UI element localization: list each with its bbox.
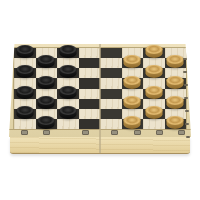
hinge-mark [111, 130, 118, 135]
black-checker-r7c1[interactable] [16, 106, 33, 119]
piece-cell-r1c7 [143, 48, 165, 58]
wood-checker-r7c7[interactable] [145, 106, 162, 119]
piece-cell-r5c4 [79, 89, 101, 99]
piece-cell-r5c7 [143, 89, 165, 99]
wood-checker-r4c8[interactable] [167, 76, 184, 89]
product-photo-scene [0, 0, 200, 200]
piece-cell-r1c3 [57, 48, 79, 58]
piece-cell-r7c1 [14, 109, 36, 119]
hinge-mark [43, 130, 50, 135]
piece-cell-r8c6 [122, 119, 144, 129]
wood-checker-r2c8[interactable] [167, 55, 184, 68]
wood-checker-r8c6[interactable] [124, 116, 141, 129]
piece-cell-r5c3 [57, 89, 79, 99]
piece-cell-r6c5 [100, 99, 122, 109]
piece-cell-r2c4 [79, 58, 101, 68]
piece-cell-r7c4 [79, 109, 101, 119]
piece-cell-r3c1 [14, 68, 36, 78]
piece-cell-r4c5 [100, 78, 122, 88]
piece-cell-r8c5 [100, 119, 122, 129]
piece-cell-r3c5 [100, 68, 122, 78]
piece-cell-r6c4 [79, 99, 101, 109]
black-checker-r7c3[interactable] [59, 106, 76, 119]
hinge-mark [82, 130, 89, 135]
piece-cell-r4c4 [79, 78, 101, 88]
hinge-mark [156, 130, 163, 135]
piece-cell-r6c8 [165, 99, 187, 109]
black-checker-r2c2[interactable] [38, 55, 55, 68]
piece-cell-r4c2 [36, 78, 58, 88]
piece-cell-r6c6 [122, 99, 144, 109]
black-checker-r3c3[interactable] [59, 65, 76, 78]
checkers-board [9, 44, 191, 154]
piece-cell-r8c1 [14, 119, 36, 129]
wood-checker-r5c7[interactable] [145, 86, 162, 99]
piece-cell-r5c5 [100, 89, 122, 99]
wood-checker-r3c7[interactable] [145, 65, 162, 78]
box-joint-tick [183, 58, 187, 60]
piece-cell-r1c5 [100, 48, 122, 58]
piece-cell-r5c1 [14, 89, 36, 99]
box-joint-tick [185, 110, 189, 112]
hinge-mark [134, 130, 141, 135]
piece-cell-r1c1 [14, 48, 36, 58]
wood-checker-r8c8[interactable] [167, 116, 184, 129]
piece-cell-r1c4 [79, 48, 101, 58]
piece-cell-r2c5 [100, 58, 122, 68]
piece-cell-r7c5 [100, 109, 122, 119]
black-checker-r5c3[interactable] [59, 86, 76, 99]
piece-cell-r8c8 [165, 119, 187, 129]
hinge-mark [21, 130, 28, 135]
black-checker-r3c1[interactable] [16, 65, 33, 78]
piece-cell-r8c3 [57, 119, 79, 129]
wood-checker-r2c6[interactable] [124, 55, 141, 68]
black-checker-r4c2[interactable] [38, 76, 55, 89]
box-joint-tick [186, 136, 190, 138]
piece-cell-r8c4 [79, 119, 101, 129]
wood-checker-r6c6[interactable] [124, 96, 141, 109]
pieces-layer [14, 48, 186, 129]
piece-cell-r8c2 [36, 119, 58, 129]
box-joint-tick [185, 123, 189, 125]
wood-checker-r1c7[interactable] [145, 45, 162, 58]
wood-checker-r6c8[interactable] [167, 96, 184, 109]
piece-cell-r2c2 [36, 58, 58, 68]
piece-cell-r6c2 [36, 99, 58, 109]
piece-cell-r3c7 [143, 68, 165, 78]
piece-cell-r3c3 [57, 68, 79, 78]
box-joint-tick [183, 71, 187, 73]
piece-cell-r7c7 [143, 109, 165, 119]
black-checker-r1c3[interactable] [59, 45, 76, 58]
black-checker-r5c1[interactable] [16, 86, 33, 99]
piece-cell-r4c8 [165, 78, 187, 88]
piece-cell-r2c6 [122, 58, 144, 68]
piece-cell-r3c4 [79, 68, 101, 78]
black-checker-r8c2[interactable] [38, 116, 55, 129]
box-joint-tick [184, 84, 188, 86]
black-checker-r6c2[interactable] [38, 96, 55, 109]
wood-checker-r4c6[interactable] [124, 76, 141, 89]
hinge-mark [178, 130, 185, 135]
black-checker-r1c1[interactable] [16, 45, 33, 58]
piece-cell-r7c3 [57, 109, 79, 119]
box-joint-tick [184, 97, 188, 99]
piece-cell-r8c7 [143, 119, 165, 129]
piece-cell-r4c6 [122, 78, 144, 88]
